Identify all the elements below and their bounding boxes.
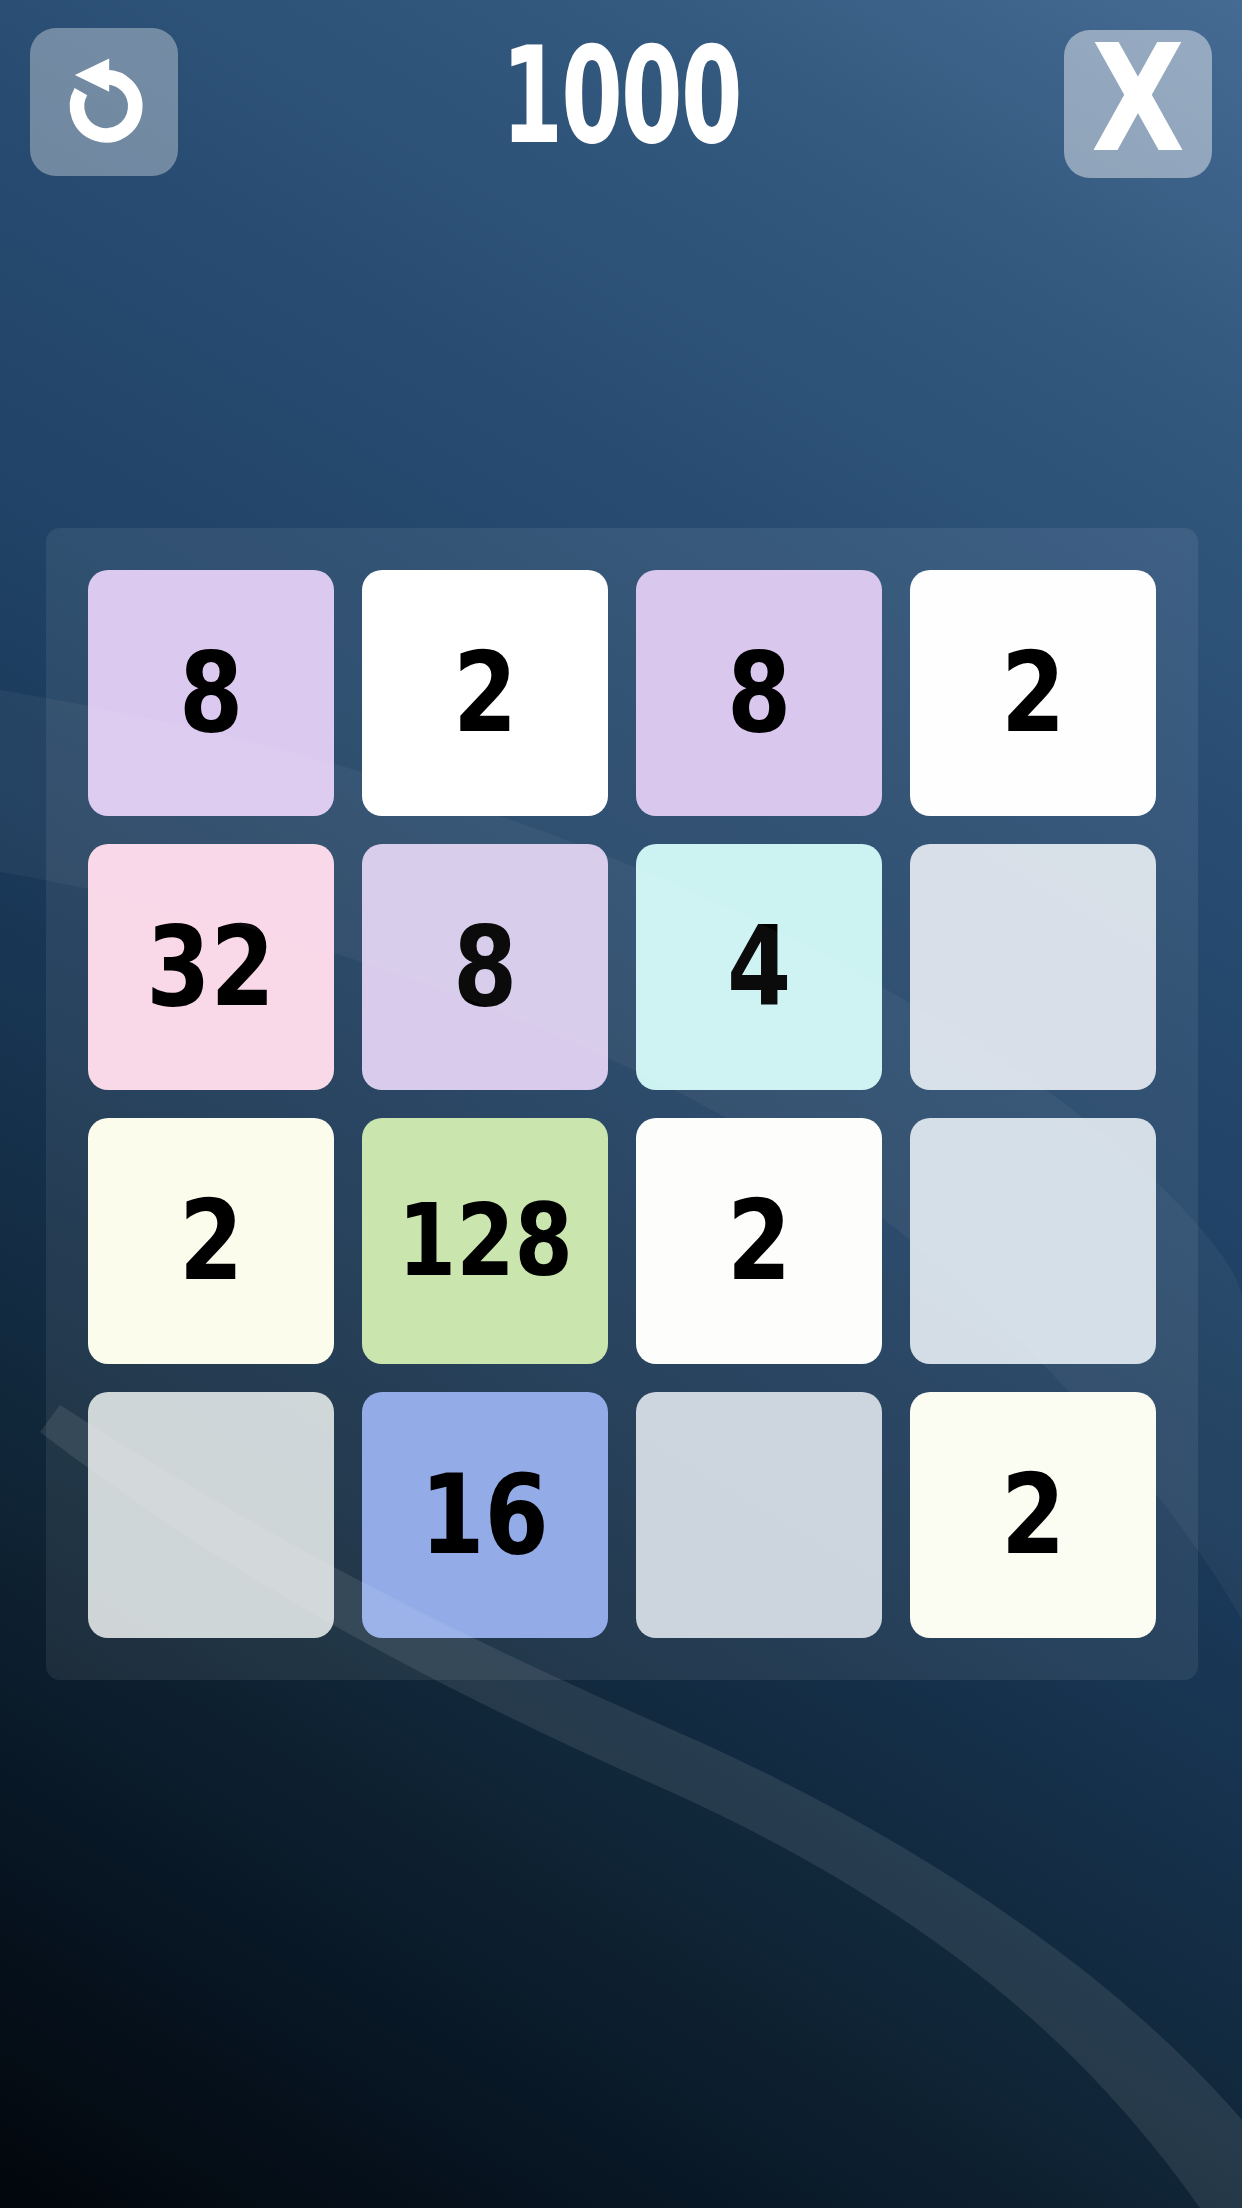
tile-number: 128	[397, 1191, 572, 1291]
empty-cell-r4c3	[636, 1392, 882, 1638]
game-screen: 8282328421282162 1000 X	[0, 0, 1242, 2208]
tile-2-r3c1: 2	[88, 1118, 334, 1364]
tile-number: 4	[727, 912, 791, 1022]
tile-16-r4c2: 16	[362, 1392, 608, 1638]
tile-number: 2	[1001, 638, 1065, 748]
tile-8-r2c2: 8	[362, 844, 608, 1090]
score-value: 1000	[501, 18, 740, 174]
tile-number: 2	[1001, 1460, 1065, 1570]
tile-number: 2	[179, 1186, 243, 1296]
tile-2-r3c3: 2	[636, 1118, 882, 1364]
tile-number: 8	[727, 638, 791, 748]
tile-2-r1c2: 2	[362, 570, 608, 816]
tile-number: 8	[453, 912, 517, 1022]
tile-2-r1c4: 2	[910, 570, 1156, 816]
board[interactable]: 8282328421282162	[46, 528, 1198, 1680]
tile-number: 2	[727, 1186, 791, 1296]
tile-128-r3c2: 128	[362, 1118, 608, 1364]
close-x-icon: X	[1091, 25, 1185, 183]
tile-8-r1c1: 8	[88, 570, 334, 816]
empty-cell-r2c4	[910, 844, 1156, 1090]
tile-number: 16	[421, 1460, 550, 1570]
tile-4-r2c3: 4	[636, 844, 882, 1090]
tile-number: 8	[179, 638, 243, 748]
tile-number: 2	[453, 638, 517, 748]
empty-cell-r3c4	[910, 1118, 1156, 1364]
board-grid: 8282328421282162	[46, 528, 1198, 1680]
tile-2-r4c4: 2	[910, 1392, 1156, 1638]
score-display: 1000	[0, 16, 1242, 176]
tile-32-r2c1: 32	[88, 844, 334, 1090]
tile-8-r1c3: 8	[636, 570, 882, 816]
close-button[interactable]: X	[1064, 30, 1212, 178]
empty-cell-r4c1	[88, 1392, 334, 1638]
tile-number: 32	[147, 912, 276, 1022]
